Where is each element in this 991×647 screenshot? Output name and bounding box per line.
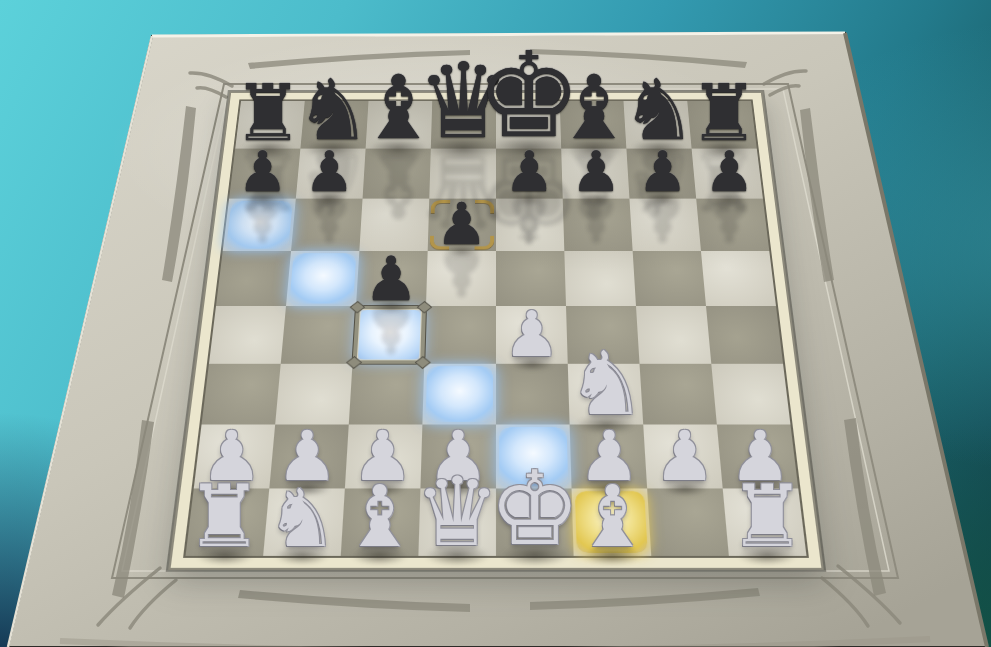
piece-white-knight-b1[interactable]: ♞ <box>266 479 338 559</box>
piece-white-pawn-e4[interactable]: ♟ <box>504 303 560 366</box>
square-h4[interactable] <box>706 306 783 364</box>
piece-black-pawn-b7[interactable]: ♟ <box>304 145 354 201</box>
square-d4[interactable] <box>424 306 496 364</box>
square-e3[interactable] <box>496 364 570 425</box>
square-h5[interactable] <box>701 251 776 306</box>
piece-white-bishop-c1[interactable]: ♝ <box>342 474 418 559</box>
square-g5[interactable] <box>633 251 706 306</box>
piece-white-king-e1[interactable]: ♚ <box>489 458 580 560</box>
square-a4[interactable] <box>209 306 286 364</box>
piece-white-rook-h1[interactable]: ♜ <box>729 473 806 559</box>
piece-black-pawn-g7[interactable]: ♟ <box>638 145 688 201</box>
piece-white-queen-d1[interactable]: ♛ <box>415 465 500 560</box>
piece-black-pawn-d6[interactable]: ♟ <box>436 195 488 253</box>
piece-black-pawn-f7[interactable]: ♟ <box>571 145 621 201</box>
square-b5[interactable] <box>286 251 359 306</box>
piece-black-pawn-c5[interactable]: ♟ <box>364 247 419 308</box>
piece-white-pawn-g2[interactable]: ♟ <box>654 422 716 491</box>
piece-white-bishop-f1[interactable]: ♝ <box>574 474 650 559</box>
square-g1[interactable] <box>647 488 729 555</box>
piece-black-pawn-e7[interactable]: ♟ <box>504 145 554 201</box>
chess-game-scene: ♜♜♞♞♝♝♛♛♚♚♝♝♞♞♜♜♟♟♟♟♟♟♟♟♟♟♟♟♟♟♟♟♟♞♟♟♟♟♟♟… <box>0 0 991 647</box>
square-a5[interactable] <box>216 251 291 306</box>
piece-black-pawn-a7[interactable]: ♟ <box>238 145 288 201</box>
square-g4[interactable] <box>636 306 711 364</box>
piece-black-pawn-h7[interactable]: ♟ <box>704 145 754 201</box>
square-b4[interactable] <box>281 306 356 364</box>
piece-white-rook-a1[interactable]: ♜ <box>186 473 263 559</box>
